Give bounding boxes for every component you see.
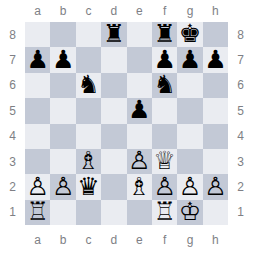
file-label-a-top: a xyxy=(25,0,50,22)
square-c7[interactable] xyxy=(76,47,101,72)
square-g5[interactable] xyxy=(177,98,202,123)
square-c1[interactable] xyxy=(76,200,101,225)
square-b5[interactable] xyxy=(50,98,75,123)
square-a1[interactable]: ♖ xyxy=(25,200,50,225)
white-queen-f3: ♕ xyxy=(153,148,175,173)
square-d5[interactable] xyxy=(101,98,126,123)
square-d7[interactable] xyxy=(101,47,126,72)
square-f8[interactable]: ♜ xyxy=(152,22,177,47)
black-rook-f8: ♜ xyxy=(153,21,175,46)
square-h1[interactable] xyxy=(203,200,228,225)
corner-top-left xyxy=(0,0,25,22)
square-b8[interactable] xyxy=(50,22,75,47)
rank-label-2-left: 2 xyxy=(0,174,25,199)
square-b6[interactable] xyxy=(50,73,75,98)
square-e6[interactable] xyxy=(127,73,152,98)
white-king-g1: ♔ xyxy=(179,199,201,224)
square-b7[interactable]: ♟ xyxy=(50,47,75,72)
rank-label-3-left: 3 xyxy=(0,149,25,174)
square-f7[interactable]: ♟ xyxy=(152,47,177,72)
square-d6[interactable] xyxy=(101,73,126,98)
square-g2[interactable]: ♙ xyxy=(177,174,202,199)
file-label-f-bottom: f xyxy=(152,225,177,255)
square-b2[interactable]: ♙ xyxy=(50,174,75,199)
black-king-g8: ♚ xyxy=(179,21,201,46)
square-a5[interactable] xyxy=(25,98,50,123)
white-rook-a1: ♖ xyxy=(26,199,48,224)
rank-label-6-left: 6 xyxy=(0,73,25,98)
black-pawn-f7: ♟ xyxy=(153,47,175,72)
file-label-b-top: b xyxy=(50,0,75,22)
rank-label-5-right: 5 xyxy=(228,98,253,123)
square-c2[interactable]: ♛ xyxy=(76,174,101,199)
square-d3[interactable] xyxy=(101,149,126,174)
square-g3[interactable] xyxy=(177,149,202,174)
black-knight-c6: ♞ xyxy=(77,72,99,97)
square-g7[interactable]: ♟ xyxy=(177,47,202,72)
square-d1[interactable] xyxy=(101,200,126,225)
square-e4[interactable] xyxy=(127,124,152,149)
chess-diagram: abcdefgh8♜♜♚87♟♟♟♟♟76♞♞65♟5443♗♙♕32♙♙♛♗♙… xyxy=(0,0,253,255)
square-c3[interactable]: ♗ xyxy=(76,149,101,174)
rank-label-4-right: 4 xyxy=(228,124,253,149)
file-label-c-bottom: c xyxy=(76,225,101,255)
rank-label-8-right: 8 xyxy=(228,22,253,47)
square-a7[interactable]: ♟ xyxy=(25,47,50,72)
square-f5[interactable] xyxy=(152,98,177,123)
square-h7[interactable]: ♟ xyxy=(203,47,228,72)
square-a6[interactable] xyxy=(25,73,50,98)
square-b4[interactable] xyxy=(50,124,75,149)
square-e5[interactable]: ♟ xyxy=(127,98,152,123)
black-queen-c2: ♛ xyxy=(77,174,99,199)
square-e3[interactable]: ♙ xyxy=(127,149,152,174)
square-h2[interactable]: ♙ xyxy=(203,174,228,199)
black-pawn-h7: ♟ xyxy=(204,47,226,72)
square-c5[interactable] xyxy=(76,98,101,123)
white-pawn-b2: ♙ xyxy=(52,174,74,199)
square-e1[interactable] xyxy=(127,200,152,225)
corner-top-right xyxy=(228,0,253,22)
file-label-h-top: h xyxy=(203,0,228,22)
rank-label-6-right: 6 xyxy=(228,73,253,98)
rank-label-7-right: 7 xyxy=(228,47,253,72)
white-pawn-e3: ♙ xyxy=(128,148,150,173)
file-label-c-top: c xyxy=(76,0,101,22)
square-a3[interactable] xyxy=(25,149,50,174)
file-label-g-bottom: g xyxy=(177,225,202,255)
rank-label-2-right: 2 xyxy=(228,174,253,199)
corner-bottom-left xyxy=(0,225,25,255)
white-pawn-g2: ♙ xyxy=(179,174,201,199)
rank-label-5-left: 5 xyxy=(0,98,25,123)
file-label-e-top: e xyxy=(127,0,152,22)
white-pawn-h2: ♙ xyxy=(204,174,226,199)
square-a2[interactable]: ♙ xyxy=(25,174,50,199)
square-c4[interactable] xyxy=(76,124,101,149)
black-pawn-a7: ♟ xyxy=(26,47,48,72)
rank-label-1-right: 1 xyxy=(228,200,253,225)
square-h6[interactable] xyxy=(203,73,228,98)
file-label-b-bottom: b xyxy=(50,225,75,255)
file-label-e-bottom: e xyxy=(127,225,152,255)
square-e2[interactable]: ♗ xyxy=(127,174,152,199)
white-pawn-f2: ♙ xyxy=(153,174,175,199)
white-pawn-a2: ♙ xyxy=(26,174,48,199)
square-e8[interactable] xyxy=(127,22,152,47)
corner-bottom-right xyxy=(228,225,253,255)
square-f2[interactable]: ♙ xyxy=(152,174,177,199)
square-b1[interactable] xyxy=(50,200,75,225)
square-d8[interactable]: ♜ xyxy=(101,22,126,47)
white-bishop-e2: ♗ xyxy=(128,174,150,199)
square-b3[interactable] xyxy=(50,149,75,174)
square-g1[interactable]: ♔ xyxy=(177,200,202,225)
board-grid: abcdefgh8♜♜♚87♟♟♟♟♟76♞♞65♟5443♗♙♕32♙♙♛♗♙… xyxy=(0,0,253,255)
square-f1[interactable]: ♖ xyxy=(152,200,177,225)
square-g8[interactable]: ♚ xyxy=(177,22,202,47)
rank-label-7-left: 7 xyxy=(0,47,25,72)
square-h3[interactable] xyxy=(203,149,228,174)
rank-label-3-right: 3 xyxy=(228,149,253,174)
rank-label-8-left: 8 xyxy=(0,22,25,47)
square-h5[interactable] xyxy=(203,98,228,123)
file-label-h-bottom: h xyxy=(203,225,228,255)
black-rook-d8: ♜ xyxy=(103,21,125,46)
square-d4[interactable] xyxy=(101,124,126,149)
square-e7[interactable] xyxy=(127,47,152,72)
square-h4[interactable] xyxy=(203,124,228,149)
square-d2[interactable] xyxy=(101,174,126,199)
black-pawn-e5: ♟ xyxy=(128,97,150,122)
square-c6[interactable]: ♞ xyxy=(76,73,101,98)
black-pawn-b7: ♟ xyxy=(52,47,74,72)
white-rook-f1: ♖ xyxy=(153,199,175,224)
white-bishop-c3: ♗ xyxy=(77,148,99,173)
square-g4[interactable] xyxy=(177,124,202,149)
square-a4[interactable] xyxy=(25,124,50,149)
rank-label-4-left: 4 xyxy=(0,124,25,149)
square-h8[interactable] xyxy=(203,22,228,47)
square-f4[interactable] xyxy=(152,124,177,149)
file-label-a-bottom: a xyxy=(25,225,50,255)
square-g6[interactable] xyxy=(177,73,202,98)
square-c8[interactable] xyxy=(76,22,101,47)
rank-label-1-left: 1 xyxy=(0,200,25,225)
square-a8[interactable] xyxy=(25,22,50,47)
black-knight-f6: ♞ xyxy=(153,72,175,97)
square-f3[interactable]: ♕ xyxy=(152,149,177,174)
file-label-d-bottom: d xyxy=(101,225,126,255)
square-f6[interactable]: ♞ xyxy=(152,73,177,98)
black-pawn-g7: ♟ xyxy=(179,47,201,72)
